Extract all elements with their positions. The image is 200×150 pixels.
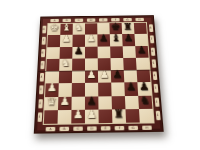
- piece-black-p-f4[interactable]: ♟: [111, 66, 125, 83]
- piece-black-p-e7[interactable]: ♟: [97, 31, 110, 46]
- square-c5[interactable]: [72, 58, 85, 70]
- square-h5[interactable]: [136, 57, 150, 69]
- square-f1[interactable]: ♜: [112, 109, 126, 123]
- piece-white-p-d4[interactable]: ♟: [85, 67, 98, 84]
- square-f7[interactable]: ♝: [110, 34, 123, 46]
- square-d6[interactable]: [85, 46, 98, 58]
- piece-black-p-h6[interactable]: ♟: [135, 42, 149, 58]
- square-g7[interactable]: ♟: [122, 34, 135, 46]
- coord-label-D: D: [87, 18, 95, 21]
- piece-black-n-h2[interactable]: ♞: [138, 91, 153, 109]
- coord-label-2: 2: [38, 99, 43, 108]
- square-b5[interactable]: ♞: [59, 58, 72, 70]
- board-grid: ♚♝♞♚♜♟♟♟♝♟♟♟♞♟♟♟♟♟♟♛♟♟♞♟♟♜: [43, 22, 155, 125]
- coord-label-5: 5: [40, 61, 44, 69]
- coord-label-3: 3: [39, 86, 44, 95]
- piece-black-r-f1[interactable]: ♜: [112, 105, 126, 123]
- coord-label-1: 1: [155, 111, 160, 120]
- square-g6[interactable]: [123, 46, 136, 58]
- piece-black-p-g7[interactable]: ♟: [122, 31, 135, 46]
- board-frame: ABCDEFGH ABCDEFGH 87654321 87654321 ♚♝♞♚…: [34, 15, 164, 133]
- coord-label-6: 6: [150, 47, 155, 55]
- square-h6[interactable]: ♟: [135, 46, 148, 58]
- square-b1[interactable]: [58, 110, 72, 124]
- coord-label-6: 6: [41, 49, 45, 57]
- table-surface: ABCDEFGH ABCDEFGH 87654321 87654321 ♚♝♞♚…: [0, 0, 200, 150]
- piece-black-b-f7[interactable]: ♝: [110, 31, 123, 46]
- square-e4[interactable]: ♟: [98, 70, 111, 83]
- square-d4[interactable]: ♟: [85, 70, 98, 83]
- piece-black-p-c6[interactable]: ♟: [72, 43, 85, 59]
- coord-label-3: 3: [153, 84, 158, 93]
- coord-label-A: A: [46, 126, 56, 130]
- coord-label-5: 5: [151, 59, 156, 67]
- coord-label-D: D: [87, 126, 97, 130]
- coord-label-G: G: [128, 125, 138, 129]
- coord-label-4: 4: [39, 73, 43, 82]
- square-d7[interactable]: ♟: [85, 35, 98, 47]
- coord-label-8: 8: [148, 24, 152, 32]
- square-c6[interactable]: ♟: [72, 46, 85, 58]
- square-e6[interactable]: [98, 46, 111, 58]
- square-f6[interactable]: [110, 46, 123, 58]
- square-h8[interactable]: [134, 23, 147, 34]
- coord-label-C: C: [73, 126, 83, 130]
- square-c3[interactable]: [72, 83, 85, 96]
- square-e3[interactable]: [98, 83, 111, 96]
- square-e7[interactable]: ♟: [97, 34, 110, 46]
- piece-white-n-c8[interactable]: ♞: [73, 20, 85, 35]
- square-b4[interactable]: [59, 71, 72, 84]
- coord-label-E: E: [101, 126, 111, 130]
- piece-white-n-b5[interactable]: ♞: [59, 55, 72, 71]
- square-a8[interactable]: ♚: [48, 24, 61, 35]
- coord-label-8: 8: [42, 26, 46, 34]
- square-e1[interactable]: [98, 109, 112, 123]
- square-b2[interactable]: ♟: [58, 96, 72, 110]
- square-a6[interactable]: [47, 47, 60, 59]
- piece-white-p-b2[interactable]: ♟: [58, 92, 72, 110]
- square-c4[interactable]: [72, 71, 85, 84]
- coord-label-7: 7: [149, 36, 153, 44]
- square-c1[interactable]: ♟: [71, 110, 85, 124]
- square-b7[interactable]: ♟: [60, 35, 73, 47]
- coord-label-B: B: [59, 126, 69, 130]
- coord-label-2: 2: [154, 97, 159, 106]
- square-d1[interactable]: ♟: [85, 109, 99, 123]
- coord-label-4: 4: [152, 72, 157, 81]
- square-f4[interactable]: ♟: [111, 70, 124, 83]
- piece-black-p-g3[interactable]: ♟: [124, 79, 138, 96]
- piece-white-k-a8[interactable]: ♚: [48, 20, 61, 35]
- piece-white-p-d1[interactable]: ♟: [85, 105, 99, 123]
- piece-white-q-a2[interactable]: ♛: [44, 93, 58, 111]
- square-e2[interactable]: [98, 96, 112, 110]
- coord-label-1: 1: [37, 112, 42, 121]
- square-c8[interactable]: ♞: [73, 24, 85, 35]
- coord-label-E: E: [99, 18, 107, 21]
- square-h1[interactable]: [139, 109, 154, 123]
- square-f3[interactable]: [111, 83, 125, 96]
- square-a7[interactable]: [47, 35, 60, 47]
- coord-label-H: H: [135, 17, 144, 20]
- piece-white-p-c1[interactable]: ♟: [71, 105, 85, 123]
- piece-white-p-e4[interactable]: ♟: [98, 66, 111, 83]
- coord-label-H: H: [142, 125, 152, 129]
- piece-white-p-d7[interactable]: ♟: [85, 31, 98, 46]
- file-labels-bottom: ABCDEFGH: [43, 124, 154, 131]
- square-h2[interactable]: ♞: [138, 95, 152, 109]
- square-g3[interactable]: ♟: [124, 82, 138, 95]
- coord-label-7: 7: [41, 37, 45, 45]
- chess-board: ABCDEFGH ABCDEFGH 87654321 87654321 ♚♝♞♚…: [34, 15, 164, 133]
- square-a2[interactable]: ♛: [44, 96, 58, 110]
- square-g2[interactable]: [125, 95, 139, 109]
- square-a1[interactable]: [44, 110, 58, 124]
- square-a5[interactable]: [46, 59, 59, 71]
- coord-label-F: F: [115, 125, 125, 129]
- piece-white-p-b7[interactable]: ♟: [60, 31, 73, 46]
- square-g5[interactable]: [123, 58, 136, 70]
- square-g1[interactable]: [125, 109, 139, 123]
